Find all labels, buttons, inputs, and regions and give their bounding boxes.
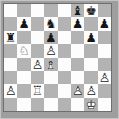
- black-pawn-icon: ♟: [84, 31, 97, 44]
- square-f5[interactable]: [71, 44, 84, 57]
- white-pawn-icon: ♟♙: [98, 71, 111, 84]
- square-b2[interactable]: [17, 84, 30, 97]
- square-b1[interactable]: [17, 98, 30, 111]
- square-b3[interactable]: [17, 71, 30, 84]
- square-c5[interactable]: [31, 44, 44, 57]
- square-a4[interactable]: [4, 58, 17, 71]
- black-pawn-icon: ♟: [71, 17, 84, 30]
- white-king-icon: ♚♔: [84, 98, 97, 111]
- square-e3[interactable]: [58, 71, 71, 84]
- white-piece-outline-layer: ♙: [71, 84, 84, 97]
- white-piece-outline-layer: ♙: [4, 84, 17, 97]
- square-e8[interactable]: [58, 4, 71, 17]
- square-d8[interactable]: [44, 4, 57, 17]
- square-d3[interactable]: [44, 71, 57, 84]
- square-c7[interactable]: [31, 17, 44, 30]
- black-king-icon: ♚: [84, 4, 97, 17]
- square-d4[interactable]: ♝♗: [44, 58, 57, 71]
- square-f3[interactable]: [71, 71, 84, 84]
- square-g5[interactable]: [84, 44, 97, 57]
- square-a5[interactable]: [4, 44, 17, 57]
- black-knight-icon: ♞: [44, 17, 57, 30]
- square-c6[interactable]: [31, 31, 44, 44]
- square-h1[interactable]: [98, 98, 111, 111]
- white-bishop-icon: ♝♗: [44, 58, 57, 71]
- white-piece-outline-layer: ♙: [31, 58, 44, 71]
- square-a1[interactable]: [4, 98, 17, 111]
- white-knight-icon: ♞♘: [17, 44, 30, 57]
- square-h8[interactable]: [98, 4, 111, 17]
- square-g8[interactable]: ♚: [84, 4, 97, 17]
- square-c3[interactable]: [31, 71, 44, 84]
- square-f2[interactable]: ♟♙: [71, 84, 84, 97]
- square-e4[interactable]: [58, 58, 71, 71]
- square-g7[interactable]: [84, 17, 97, 30]
- square-g6[interactable]: ♟: [84, 31, 97, 44]
- square-a6[interactable]: ♜: [4, 31, 17, 44]
- square-g3[interactable]: [84, 71, 97, 84]
- square-c1[interactable]: [31, 98, 44, 111]
- square-f4[interactable]: [71, 58, 84, 71]
- square-h5[interactable]: [98, 44, 111, 57]
- square-a8[interactable]: [4, 4, 17, 17]
- black-pawn-icon: ♟: [17, 17, 30, 30]
- square-d5[interactable]: ♟♙: [44, 44, 57, 57]
- square-h6[interactable]: [98, 31, 111, 44]
- black-pawn-icon: ♟: [44, 31, 57, 44]
- square-c2[interactable]: ♜♖: [31, 84, 44, 97]
- square-h3[interactable]: ♟♙: [98, 71, 111, 84]
- white-piece-outline-layer: ♙: [84, 84, 97, 97]
- square-h4[interactable]: [98, 58, 111, 71]
- square-d2[interactable]: [44, 84, 57, 97]
- white-rook-icon: ♜♖: [31, 84, 44, 97]
- square-b4[interactable]: [17, 58, 30, 71]
- square-d7[interactable]: ♞: [44, 17, 57, 30]
- square-g1[interactable]: ♚♔: [84, 98, 97, 111]
- white-pawn-icon: ♟♙: [44, 44, 57, 57]
- square-e7[interactable]: [58, 17, 71, 30]
- black-bishop-icon: ♝: [71, 4, 84, 17]
- square-a2[interactable]: ♟♙: [4, 84, 17, 97]
- square-c4[interactable]: ♟♙: [31, 58, 44, 71]
- square-e1[interactable]: [58, 98, 71, 111]
- square-f7[interactable]: ♟: [71, 17, 84, 30]
- chess-diagram: ♝♚♟♞♟♟♜♟♟♞♘♟♙♟♙♝♗♟♙♟♙♜♖♟♙♟♙♚♔: [0, 0, 119, 119]
- square-d1[interactable]: [44, 98, 57, 111]
- white-piece-outline-layer: ♙: [44, 44, 57, 57]
- white-piece-outline-layer: ♘: [17, 44, 30, 57]
- white-piece-outline-layer: ♖: [31, 84, 44, 97]
- white-pawn-icon: ♟♙: [71, 84, 84, 97]
- square-e5[interactable]: [58, 44, 71, 57]
- square-g2[interactable]: ♟♙: [84, 84, 97, 97]
- black-pawn-icon: ♟: [98, 17, 111, 30]
- square-c8[interactable]: [31, 4, 44, 17]
- square-e6[interactable]: [58, 31, 71, 44]
- square-h7[interactable]: ♟: [98, 17, 111, 30]
- white-pawn-icon: ♟♙: [84, 84, 97, 97]
- white-piece-outline-layer: ♔: [84, 98, 97, 111]
- square-g4[interactable]: [84, 58, 97, 71]
- white-pawn-icon: ♟♙: [4, 84, 17, 97]
- white-pawn-icon: ♟♙: [31, 58, 44, 71]
- black-rook-icon: ♜: [4, 31, 17, 44]
- square-b6[interactable]: [17, 31, 30, 44]
- white-piece-outline-layer: ♗: [44, 58, 57, 71]
- square-a3[interactable]: [4, 71, 17, 84]
- square-b7[interactable]: ♟: [17, 17, 30, 30]
- chess-board: ♝♚♟♞♟♟♜♟♟♞♘♟♙♟♙♝♗♟♙♟♙♜♖♟♙♟♙♚♔: [3, 3, 112, 112]
- square-f6[interactable]: [71, 31, 84, 44]
- square-f1[interactable]: [71, 98, 84, 111]
- square-d6[interactable]: ♟: [44, 31, 57, 44]
- square-h2[interactable]: [98, 84, 111, 97]
- square-a7[interactable]: [4, 17, 17, 30]
- white-piece-outline-layer: ♙: [98, 71, 111, 84]
- square-b8[interactable]: [17, 4, 30, 17]
- square-e2[interactable]: [58, 84, 71, 97]
- square-b5[interactable]: ♞♘: [17, 44, 30, 57]
- square-f8[interactable]: ♝: [71, 4, 84, 17]
